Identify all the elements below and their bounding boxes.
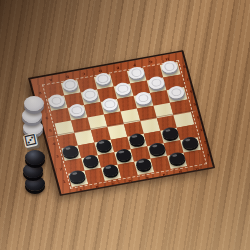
die: ⚂ — [23, 133, 38, 148]
spare-white-piece — [24, 96, 44, 111]
spare-black-piece — [25, 176, 45, 191]
offboard-items: ⚂ — [0, 0, 250, 250]
spare-black-piece — [25, 150, 45, 165]
product-photo: ●●●●●●●●●●●●●●●●●●●●●●●● AABBCCDDEEFFGGH… — [0, 0, 250, 250]
spare-black-piece — [23, 163, 43, 178]
